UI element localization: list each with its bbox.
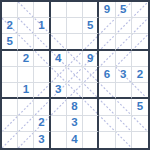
cell-r5c8[interactable]: 3: [116, 67, 132, 83]
cell-r9c6[interactable]: [83, 132, 99, 148]
cell-r6c5[interactable]: [67, 83, 83, 99]
cell-r4c2[interactable]: 2: [18, 51, 34, 67]
cell-r7c4[interactable]: [51, 99, 67, 115]
cell-r6c1[interactable]: [2, 83, 18, 99]
cell-r8c8[interactable]: [116, 116, 132, 132]
cell-r3c1[interactable]: 5: [2, 34, 18, 50]
cell-r6c4[interactable]: 3: [51, 83, 67, 99]
cell-r6c7[interactable]: [99, 83, 115, 99]
cell-r8c3[interactable]: 2: [34, 116, 50, 132]
cell-r6c9[interactable]: [132, 83, 148, 99]
cell-r8c6[interactable]: [83, 116, 99, 132]
cell-r4c8[interactable]: [116, 51, 132, 67]
cell-r4c3[interactable]: [34, 51, 50, 67]
cell-r1c8[interactable]: 5: [116, 2, 132, 18]
cell-r8c2[interactable]: [18, 116, 34, 132]
sudoku-grid: 95215524963213852334: [2, 2, 148, 148]
cell-r9c3[interactable]: 3: [34, 132, 50, 148]
cell-r2c9[interactable]: [132, 18, 148, 34]
cell-r5c2[interactable]: [18, 67, 34, 83]
cell-r8c4[interactable]: [51, 116, 67, 132]
cell-r9c9[interactable]: [132, 132, 148, 148]
sudoku-board: 95215524963213852334: [0, 0, 150, 150]
cell-r2c5[interactable]: [67, 18, 83, 34]
cell-r4c1[interactable]: [2, 51, 18, 67]
cell-r2c3[interactable]: 1: [34, 18, 50, 34]
cell-r7c7[interactable]: [99, 99, 115, 115]
cell-r3c5[interactable]: [67, 34, 83, 50]
cell-r3c4[interactable]: [51, 34, 67, 50]
cell-r2c4[interactable]: [51, 18, 67, 34]
cell-r7c9[interactable]: 5: [132, 99, 148, 115]
cell-r1c9[interactable]: [132, 2, 148, 18]
cell-r1c1[interactable]: [2, 2, 18, 18]
cell-r3c8[interactable]: [116, 34, 132, 50]
cell-r5c7[interactable]: 6: [99, 67, 115, 83]
cell-r5c9[interactable]: 2: [132, 67, 148, 83]
cell-r9c4[interactable]: [51, 132, 67, 148]
cell-r2c1[interactable]: 2: [2, 18, 18, 34]
cell-r7c1[interactable]: [2, 99, 18, 115]
cell-r4c6[interactable]: 9: [83, 51, 99, 67]
cell-r6c6[interactable]: [83, 83, 99, 99]
cell-r9c5[interactable]: 4: [67, 132, 83, 148]
cell-r2c7[interactable]: [99, 18, 115, 34]
cell-r1c7[interactable]: 9: [99, 2, 115, 18]
cell-r6c8[interactable]: [116, 83, 132, 99]
cell-r8c1[interactable]: [2, 116, 18, 132]
cell-r6c2[interactable]: 1: [18, 83, 34, 99]
cell-r2c2[interactable]: [18, 18, 34, 34]
cell-r3c9[interactable]: [132, 34, 148, 50]
cell-r5c5[interactable]: [67, 67, 83, 83]
cell-r1c5[interactable]: [67, 2, 83, 18]
cell-r9c7[interactable]: [99, 132, 115, 148]
cell-r9c2[interactable]: [18, 132, 34, 148]
cell-r9c1[interactable]: [2, 132, 18, 148]
cell-r8c7[interactable]: [99, 116, 115, 132]
cell-r1c3[interactable]: [34, 2, 50, 18]
cell-r7c3[interactable]: [34, 99, 50, 115]
cell-r5c3[interactable]: [34, 67, 50, 83]
cell-r7c6[interactable]: [83, 99, 99, 115]
cell-r1c2[interactable]: [18, 2, 34, 18]
cell-r3c2[interactable]: [18, 34, 34, 50]
cell-r7c5[interactable]: 8: [67, 99, 83, 115]
cell-r4c7[interactable]: [99, 51, 115, 67]
cell-r7c8[interactable]: [116, 99, 132, 115]
cell-r4c5[interactable]: [67, 51, 83, 67]
cell-r7c2[interactable]: [18, 99, 34, 115]
cell-r5c6[interactable]: [83, 67, 99, 83]
cell-r4c4[interactable]: 4: [51, 51, 67, 67]
cell-r1c4[interactable]: [51, 2, 67, 18]
cell-r3c3[interactable]: [34, 34, 50, 50]
cell-r6c3[interactable]: [34, 83, 50, 99]
cell-r8c5[interactable]: 3: [67, 116, 83, 132]
cell-r5c4[interactable]: [51, 67, 67, 83]
cell-r2c6[interactable]: 5: [83, 18, 99, 34]
cell-r3c6[interactable]: [83, 34, 99, 50]
cell-r5c1[interactable]: [2, 67, 18, 83]
cell-r9c8[interactable]: [116, 132, 132, 148]
cell-r1c6[interactable]: [83, 2, 99, 18]
cell-r8c9[interactable]: [132, 116, 148, 132]
cell-r4c9[interactable]: [132, 51, 148, 67]
cell-r3c7[interactable]: [99, 34, 115, 50]
cell-r2c8[interactable]: [116, 18, 132, 34]
